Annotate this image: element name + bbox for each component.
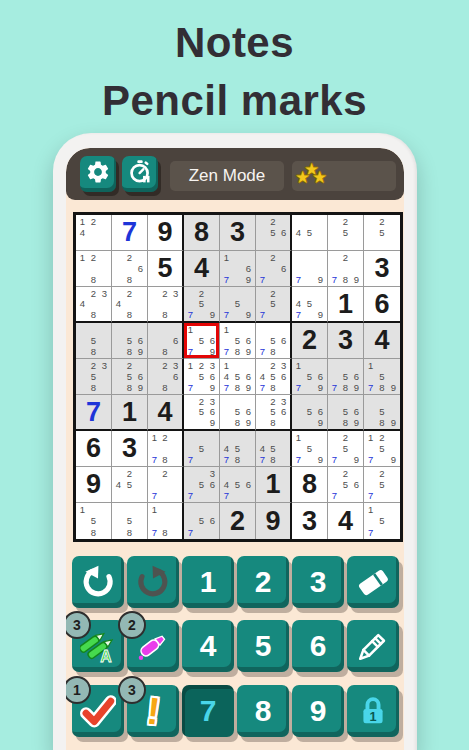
svg-text:1: 1 — [369, 709, 376, 724]
title-line-1: Notes — [0, 14, 469, 72]
note-digit: 5 — [340, 227, 351, 238]
cell-r9c8[interactable]: 4 — [328, 503, 364, 539]
note-digit: 8 — [232, 346, 243, 357]
digit-4-button[interactable]: 4 — [182, 620, 234, 672]
pencil-marks: 1579 — [293, 432, 326, 465]
note-digit: 8 — [376, 382, 387, 393]
cell-r6c9[interactable]: 589 — [364, 395, 400, 431]
given-digit: 3 — [122, 433, 137, 464]
note-digit: 8 — [268, 346, 279, 357]
note-digit: 5 — [196, 443, 207, 454]
note-digit: 5 — [124, 371, 135, 382]
digit-label: 4 — [200, 629, 217, 663]
note-digit: 5 — [304, 443, 315, 454]
note-digit: 7 — [221, 382, 232, 393]
note-digit: 5 — [376, 407, 387, 418]
note-digit: 5 — [232, 443, 243, 454]
cell-r8c8[interactable]: 2567 — [328, 467, 364, 503]
note-digit: 2 — [376, 216, 387, 227]
note-digit: 2 — [268, 252, 279, 263]
given-digit: 8 — [194, 217, 209, 248]
exclamation-icon: ! — [144, 689, 162, 733]
cell-r7c8[interactable]: 2579 — [328, 431, 364, 467]
note-digit: 9 — [207, 346, 218, 357]
cell-r8c9[interactable]: 257 — [364, 467, 400, 503]
undo-button[interactable] — [72, 556, 124, 608]
note-digit: 5 — [376, 479, 387, 490]
note-digit: 9 — [135, 346, 146, 357]
note-digit: 5 — [232, 407, 243, 418]
note-digit: 3 — [278, 396, 289, 407]
note-digit: 7 — [257, 454, 268, 465]
note-digit: 5 — [340, 443, 351, 454]
cell-r5c1[interactable]: 2358 — [76, 359, 112, 395]
cell-r7c2[interactable]: 3 — [112, 431, 148, 467]
redo-button[interactable] — [127, 556, 179, 608]
note-digit: 5 — [196, 515, 207, 526]
given-digit: 5 — [157, 253, 172, 284]
note-digit: 5 — [124, 479, 135, 490]
note-digit: 7 — [293, 382, 304, 393]
note-digit: 1 — [365, 432, 376, 443]
note-digit: 8 — [124, 309, 135, 320]
pencil-marks: 2348 — [77, 288, 110, 320]
cell-r5c9[interactable]: 15789 — [364, 359, 400, 395]
note-digit: 9 — [315, 309, 326, 320]
cell-r1c7[interactable]: 45 — [292, 215, 328, 251]
cell-r2c6[interactable]: 267 — [256, 251, 292, 287]
given-digit: 6 — [86, 433, 101, 464]
note-digit: 8 — [160, 454, 171, 465]
pencil-marks: 25 — [329, 216, 362, 249]
pencil-marks: 12579 — [365, 432, 399, 465]
cell-r3c8[interactable]: 1 — [328, 287, 364, 323]
cell-r4c1[interactable]: 58 — [76, 323, 112, 359]
note-digit: 5 — [88, 335, 99, 346]
cell-r2c3[interactable]: 5 — [148, 251, 184, 287]
digit-5-button[interactable]: 5 — [237, 620, 289, 672]
note-digit: 2 — [268, 288, 279, 299]
given-digit: 3 — [374, 253, 389, 284]
note-digit: 8 — [340, 274, 351, 285]
cell-r8c1[interactable]: 9 — [76, 467, 112, 503]
cell-r4c9[interactable]: 4 — [364, 323, 400, 359]
note-digit: 7 — [185, 309, 196, 320]
cell-r5c5[interactable]: 1456789 — [220, 359, 256, 395]
pencil-marks: 57 — [185, 432, 218, 465]
pencil-marks: 257 — [365, 468, 399, 501]
digit-7-button[interactable]: 7 — [182, 685, 234, 737]
note-digit: 7 — [257, 274, 268, 285]
pencil-marks: 158 — [77, 504, 110, 538]
cell-r2c8[interactable]: 2789 — [328, 251, 364, 287]
cell-r5c4[interactable]: 1235679 — [184, 359, 220, 395]
cell-r7c5[interactable]: 4578 — [220, 431, 256, 467]
note-digit: 2 — [124, 468, 135, 479]
note-digit: 7 — [149, 527, 160, 538]
note-digit: 7 — [329, 274, 340, 285]
cell-r9c9[interactable]: 157 — [364, 503, 400, 539]
highlighter-button[interactable]: 2 — [127, 620, 179, 672]
toolbar-row-2: A32456 — [72, 620, 399, 672]
cell-r9c6[interactable]: 9 — [256, 503, 292, 539]
note-digit: 7 — [185, 454, 196, 465]
cell-r4c3[interactable]: 68 — [148, 323, 184, 359]
note-digit: 5 — [232, 335, 243, 346]
user-digit: 7 — [86, 397, 101, 428]
star-icon: ★ — [312, 169, 327, 186]
cell-r7c9[interactable]: 12579 — [364, 431, 400, 467]
given-digit: 4 — [374, 325, 389, 356]
pencil-marks: 579 — [221, 288, 254, 320]
cell-r1c4[interactable]: 8 — [184, 215, 220, 251]
cell-r6c4[interactable]: 23569 — [184, 395, 220, 431]
cell-r2c4[interactable]: 4 — [184, 251, 220, 287]
cell-r2c1[interactable]: 128 — [76, 251, 112, 287]
note-digit: 9 — [243, 346, 254, 357]
auto-notes-button[interactable]: A3 — [72, 620, 124, 672]
digit-6-button[interactable]: 6 — [292, 620, 344, 672]
cell-r4c6[interactable]: 5678 — [256, 323, 292, 359]
cell-r5c2[interactable]: 25689 — [112, 359, 148, 395]
note-digit: 9 — [135, 382, 146, 393]
note-digit: 2 — [376, 432, 387, 443]
given-digit: 1 — [122, 397, 137, 428]
note-digit: 7 — [185, 490, 196, 501]
note-digit: 7 — [221, 309, 232, 320]
cell-r3c2[interactable]: 248 — [112, 287, 148, 323]
cell-r5c7[interactable]: 15679 — [292, 359, 328, 395]
given-digit: 4 — [194, 253, 209, 284]
cell-r9c5[interactable]: 2 — [220, 503, 256, 539]
cell-r7c1[interactable]: 6 — [76, 431, 112, 467]
eraser-icon — [355, 564, 391, 600]
note-digit: 4 — [113, 299, 124, 310]
pencil-marks: 1235679 — [185, 360, 218, 393]
digit-label: 8 — [255, 694, 272, 728]
given-digit: 3 — [230, 217, 245, 248]
note-digit: 3 — [170, 360, 181, 371]
cell-r6c6[interactable]: 23568 — [256, 395, 292, 431]
pencil-marks: 157 — [365, 504, 399, 538]
note-digit: 7 — [257, 382, 268, 393]
note-digit: 8 — [160, 346, 171, 357]
pencil-marks: 58 — [113, 504, 146, 538]
note-digit: 9 — [351, 417, 362, 428]
note-digit: 9 — [243, 274, 254, 285]
cell-r1c6[interactable]: 256 — [256, 215, 292, 251]
cell-r1c1[interactable]: 124 — [76, 215, 112, 251]
cell-r2c9[interactable]: 3 — [364, 251, 400, 287]
note-digit: 6 — [243, 407, 254, 418]
note-digit: 4 — [293, 299, 304, 310]
pencil-marks: 1278 — [149, 432, 181, 465]
star-icon: ★ — [295, 169, 310, 186]
note-digit: 5 — [340, 407, 351, 418]
cell-r8c2[interactable]: 245 — [112, 467, 148, 503]
note-digit: 2 — [340, 252, 351, 263]
gear-icon — [85, 159, 111, 189]
timer-pause-button[interactable] — [122, 156, 158, 192]
pencil-marks: 1456789 — [221, 360, 254, 393]
note-digit: 5 — [376, 371, 387, 382]
note-digit: 2 — [88, 216, 99, 227]
note-digit: 7 — [293, 274, 304, 285]
cell-r7c7[interactable]: 1579 — [292, 431, 328, 467]
note-digit: 2 — [124, 288, 135, 299]
note-digit: 2 — [340, 432, 351, 443]
pencil-marks: 25689 — [113, 360, 146, 393]
note-digit: 1 — [293, 360, 304, 371]
note-digit: 9 — [243, 309, 254, 320]
note-digit: 7 — [185, 346, 196, 357]
digit-1-button[interactable]: 1 — [182, 556, 234, 608]
note-digit: 8 — [160, 527, 171, 538]
note-digit: 8 — [232, 454, 243, 465]
mode-label-text: Zen Mode — [189, 166, 266, 186]
note-digit: 9 — [207, 382, 218, 393]
cell-r3c6[interactable]: 257 — [256, 287, 292, 323]
cell-r3c7[interactable]: 4579 — [292, 287, 328, 323]
cell-r6c5[interactable]: 5689 — [220, 395, 256, 431]
note-digit: 9 — [207, 417, 218, 428]
pencil-marks: 58 — [77, 324, 110, 357]
digit-8-button[interactable]: 8 — [237, 685, 289, 737]
cell-r4c2[interactable]: 5689 — [112, 323, 148, 359]
cell-r8c4[interactable]: 3567 — [184, 467, 220, 503]
digit-3-button[interactable]: 3 — [292, 556, 344, 608]
note-digit: 2 — [340, 468, 351, 479]
note-digit: 8 — [340, 417, 351, 428]
note-digit: 7 — [329, 490, 340, 501]
note-digit: 9 — [351, 454, 362, 465]
note-digit: 3 — [207, 396, 218, 407]
cell-r9c1[interactable]: 158 — [76, 503, 112, 539]
cell-r1c3[interactable]: 9 — [148, 215, 184, 251]
note-digit: 5 — [268, 443, 279, 454]
pencil-marks: 23569 — [185, 396, 218, 428]
cell-r8c3[interactable]: 27 — [148, 467, 184, 503]
note-digit: 2 — [196, 360, 207, 371]
cell-r9c3[interactable]: 178 — [148, 503, 184, 539]
cell-r7c6[interactable]: 4578 — [256, 431, 292, 467]
note-digit: 7 — [221, 490, 232, 501]
note-digit: 7 — [365, 527, 376, 538]
note-digit: 8 — [88, 274, 99, 285]
note-digit: 8 — [160, 382, 171, 393]
note-digit: 5 — [268, 371, 279, 382]
cell-r8c7[interactable]: 8 — [292, 467, 328, 503]
cell-r6c3[interactable]: 4 — [148, 395, 184, 431]
note-digit: 7 — [365, 490, 376, 501]
cell-r2c2[interactable]: 268 — [112, 251, 148, 287]
cell-r4c4[interactable]: 15679 — [184, 323, 220, 359]
page: Notes Pencil marks Zen Mode ★★★ 12479832… — [0, 0, 469, 750]
cell-r3c4[interactable]: 2579 — [184, 287, 220, 323]
note-digit: 8 — [232, 417, 243, 428]
note-digit: 6 — [243, 263, 254, 274]
pencil-marks: 567 — [185, 504, 218, 538]
cell-r6c1[interactable]: 7 — [76, 395, 112, 431]
cell-r6c7[interactable]: 569 — [292, 395, 328, 431]
note-digit: 1 — [149, 432, 160, 443]
pencil-button[interactable] — [347, 620, 399, 672]
note-digit: 1 — [221, 252, 232, 263]
pencil-marks: 4567 — [221, 468, 254, 501]
cell-r8c5[interactable]: 4567 — [220, 467, 256, 503]
cell-r4c8[interactable]: 3 — [328, 323, 364, 359]
hint-button[interactable]: !3 — [127, 685, 179, 737]
note-digit: 7 — [185, 527, 196, 538]
cell-r9c4[interactable]: 567 — [184, 503, 220, 539]
cell-r6c8[interactable]: 5689 — [328, 395, 364, 431]
pencil-marks: 2579 — [329, 432, 362, 465]
note-digit: 9 — [315, 454, 326, 465]
note-digit: 9 — [351, 382, 362, 393]
cell-r9c7[interactable]: 3 — [292, 503, 328, 539]
note-digit: 1 — [77, 216, 88, 227]
digit-label: 5 — [255, 629, 272, 663]
digit-label: 6 — [310, 629, 327, 663]
check-button[interactable]: 1 — [72, 685, 124, 737]
cell-r1c8[interactable]: 25 — [328, 215, 364, 251]
note-digit: 8 — [124, 346, 135, 357]
note-digit: 6 — [243, 479, 254, 490]
note-digit: 3 — [99, 360, 110, 371]
note-digit: 1 — [221, 360, 232, 371]
pencil-marks: 5678 — [257, 324, 289, 357]
cell-r4c5[interactable]: 156789 — [220, 323, 256, 359]
given-digit: 1 — [338, 289, 353, 320]
note-digit: 6 — [207, 479, 218, 490]
note-digit: 4 — [257, 443, 268, 454]
note-digit: 6 — [170, 371, 181, 382]
note-digit: 7 — [293, 454, 304, 465]
cell-r5c8[interactable]: 56789 — [328, 359, 364, 395]
digit-9-button[interactable]: 9 — [292, 685, 344, 737]
cell-r6c2[interactable]: 1 — [112, 395, 148, 431]
cell-r1c2[interactable]: 7 — [112, 215, 148, 251]
note-digit: 2 — [268, 396, 279, 407]
digit-label: 2 — [255, 565, 272, 599]
pencil-marks: 268 — [113, 252, 146, 285]
note-digit: 7 — [221, 454, 232, 465]
note-digit: 5 — [196, 371, 207, 382]
cell-r3c3[interactable]: 238 — [148, 287, 184, 323]
note-digit: 2 — [196, 396, 207, 407]
note-digit: 7 — [257, 346, 268, 357]
cell-r2c7[interactable]: 79 — [292, 251, 328, 287]
note-digit: 1 — [185, 360, 196, 371]
note-digit: 2 — [88, 288, 99, 299]
note-digit: 2 — [376, 468, 387, 479]
note-digit: 5 — [232, 371, 243, 382]
note-digit: 8 — [124, 274, 135, 285]
note-digit: 8 — [268, 454, 279, 465]
note-digit: 1 — [77, 252, 88, 263]
note-digit: 2 — [160, 360, 171, 371]
cell-r7c4[interactable]: 57 — [184, 431, 220, 467]
pencil-marks: 4579 — [293, 288, 326, 320]
pencil-marks: 156789 — [221, 324, 254, 357]
note-digit: 5 — [232, 299, 243, 310]
note-digit: 5 — [88, 515, 99, 526]
given-digit: 1 — [265, 469, 280, 500]
cell-r8c6[interactable]: 1 — [256, 467, 292, 503]
note-digit: 2 — [88, 252, 99, 263]
cell-r4c7[interactable]: 2 — [292, 323, 328, 359]
note-digit: 8 — [88, 382, 99, 393]
note-digit: 8 — [376, 417, 387, 428]
cell-r3c5[interactable]: 579 — [220, 287, 256, 323]
cell-r3c1[interactable]: 2348 — [76, 287, 112, 323]
cell-r1c9[interactable]: 25 — [364, 215, 400, 251]
note-digit: 3 — [278, 360, 289, 371]
cell-r9c2[interactable]: 58 — [112, 503, 148, 539]
note-digit: 7 — [293, 309, 304, 320]
pencil-marks: 178 — [149, 504, 181, 538]
note-digit: 9 — [243, 382, 254, 393]
cell-r3c9[interactable]: 6 — [364, 287, 400, 323]
note-digit: 8 — [340, 382, 351, 393]
pencil-marks: 2789 — [329, 252, 362, 285]
note-digit: 9 — [388, 454, 399, 465]
pencil-marks: 267 — [257, 252, 289, 285]
note-digit: 5 — [376, 227, 387, 238]
cell-r5c6[interactable]: 2345678 — [256, 359, 292, 395]
note-digit: 9 — [351, 274, 362, 285]
note-digit: 7 — [185, 382, 196, 393]
digit-2-button[interactable]: 2 — [237, 556, 289, 608]
pencil-marks: 238 — [149, 288, 181, 320]
note-digit: 5 — [124, 515, 135, 526]
note-digit: 7 — [329, 454, 340, 465]
header-bar: Zen Mode ★★★ — [66, 148, 404, 200]
note-digit: 5 — [232, 479, 243, 490]
cell-r7c3[interactable]: 1278 — [148, 431, 184, 467]
eraser-button[interactable] — [347, 556, 399, 608]
digit-label: 3 — [310, 565, 327, 599]
digit-label: 9 — [310, 694, 327, 728]
given-digit: 9 — [265, 506, 280, 537]
toolbar-row-3: 1!37891 — [72, 685, 399, 737]
note-digit: 6 — [315, 371, 326, 382]
svg-text:A: A — [100, 648, 111, 664]
note-digit: 6 — [135, 263, 146, 274]
given-digit: 9 — [157, 217, 172, 248]
note-digit: 7 — [329, 382, 340, 393]
note-digit: 4 — [257, 371, 268, 382]
note-digit: 6 — [278, 263, 289, 274]
cell-r1c5[interactable]: 3 — [220, 215, 256, 251]
given-digit: 3 — [338, 325, 353, 356]
note-digit: 5 — [376, 515, 387, 526]
lock-button[interactable]: 1 — [347, 685, 399, 737]
note-digit: 7 — [365, 454, 376, 465]
note-digit: 3 — [207, 360, 218, 371]
note-digit: 4 — [221, 443, 232, 454]
pencil-marks: 2358 — [77, 360, 110, 393]
note-digit: 5 — [268, 299, 279, 310]
cell-r5c3[interactable]: 2368 — [148, 359, 184, 395]
note-digit: 5 — [268, 407, 279, 418]
note-digit: 1 — [293, 432, 304, 443]
pencil-marks: 248 — [113, 288, 146, 320]
pencil-marks: 25 — [365, 216, 399, 249]
cell-r2c5[interactable]: 1679 — [220, 251, 256, 287]
pencil-marks: 2567 — [329, 468, 362, 501]
settings-button[interactable] — [80, 156, 116, 192]
